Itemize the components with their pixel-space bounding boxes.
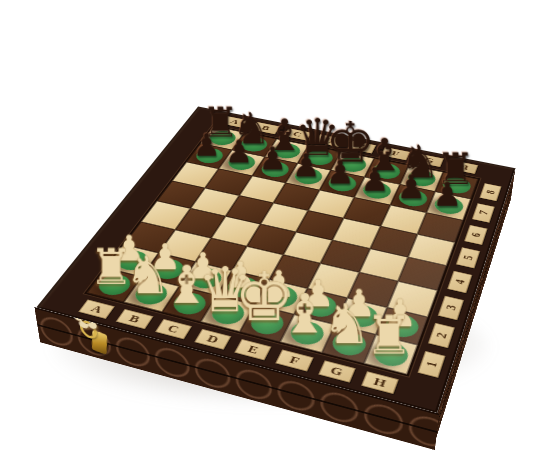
black-pawn[interactable]: ♟ <box>416 179 478 209</box>
coordinate-plaque: G <box>318 360 356 382</box>
coordinate-plaque: E <box>234 339 272 360</box>
square-h7[interactable]: ♟ <box>426 192 471 220</box>
coordinate-plaque: B <box>116 309 153 329</box>
chess-board: ♜♞♝♛♚♝♞♜♟♟♟♟♟♟♟♟♟♟♟♟♟♟♟♟♜♞♝♛♚♝♞♜ ABCDEFG… <box>36 106 515 413</box>
chess-set-scene: ♜♞♝♛♚♝♞♜♟♟♟♟♟♟♟♟♟♟♟♟♟♟♟♟♜♞♝♛♚♝♞♜ ABCDEFG… <box>0 0 550 450</box>
coordinate-plaque: 5 <box>456 247 480 269</box>
coordinate-plaque: 6 <box>464 225 488 245</box>
product-photo: ♜♞♝♛♚♝♞♜♟♟♟♟♟♟♟♟♟♟♟♟♟♟♟♟♜♞♝♛♚♝♞♜ ABCDEFG… <box>0 0 550 450</box>
square-h6[interactable] <box>417 212 463 242</box>
white-rook[interactable]: ♜ <box>352 311 426 360</box>
coordinate-plaque: F <box>275 349 313 371</box>
coordinate-plaque: D <box>194 329 231 350</box>
board-top-face: ♜♞♝♛♚♝♞♜♟♟♟♟♟♟♟♟♟♟♟♟♟♟♟♟♜♞♝♛♚♝♞♜ ABCDEFG… <box>36 106 515 413</box>
coordinate-plaque: H <box>361 371 399 394</box>
coordinate-plaque: 3 <box>438 296 464 320</box>
coordinate-plaque: 4 <box>447 271 472 294</box>
coordinate-plaque: C <box>155 319 192 340</box>
